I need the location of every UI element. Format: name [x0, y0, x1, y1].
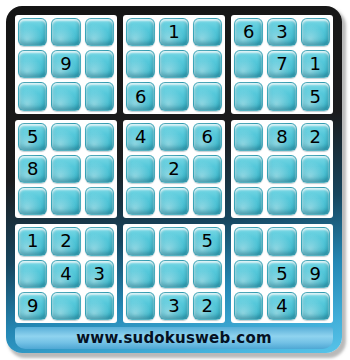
puzzle-frame: 91663715584628212439532594 www.sudokuswe…: [6, 6, 342, 353]
site-label: www.sudokusweb.com: [76, 329, 271, 347]
sudoku-cell-r8c8[interactable]: 5: [267, 260, 296, 288]
sudoku-cell-r4c2[interactable]: [51, 123, 80, 151]
sudoku-cell-r1c8[interactable]: 3: [267, 18, 296, 46]
sudoku-cell-r3c4[interactable]: 6: [126, 82, 155, 110]
sudoku-cell-r3c2[interactable]: [51, 82, 80, 110]
sudoku-cell-r7c2[interactable]: 2: [51, 227, 80, 255]
sudoku-cell-r8c5[interactable]: [159, 260, 188, 288]
sudoku-cell-r6c2[interactable]: [51, 187, 80, 215]
sudoku-cell-r4c3[interactable]: [85, 123, 114, 151]
sudoku-cell-r7c5[interactable]: [159, 227, 188, 255]
sudoku-cell-r3c6[interactable]: [193, 82, 222, 110]
sudoku-cell-r8c1[interactable]: [18, 260, 47, 288]
footer-band: www.sudokusweb.com: [15, 327, 333, 349]
sudoku-cell-r4c6[interactable]: 6: [193, 123, 222, 151]
sudoku-cell-r7c8[interactable]: [267, 227, 296, 255]
sudoku-cell-r2c6[interactable]: [193, 50, 222, 78]
sudoku-cell-r8c3[interactable]: 3: [85, 260, 114, 288]
sudoku-box-r1c3: 63715: [231, 15, 333, 114]
sudoku-cell-r7c9[interactable]: [301, 227, 330, 255]
sudoku-cell-r3c1[interactable]: [18, 82, 47, 110]
sudoku-box-r2c3: 82: [231, 120, 333, 219]
sudoku-cell-r7c7[interactable]: [234, 227, 263, 255]
sudoku-board: 91663715584628212439532594: [15, 15, 333, 323]
sudoku-cell-r1c3[interactable]: [85, 18, 114, 46]
sudoku-cell-r6c8[interactable]: [267, 187, 296, 215]
sudoku-cell-r6c7[interactable]: [234, 187, 263, 215]
sudoku-cell-r5c5[interactable]: 2: [159, 155, 188, 183]
sudoku-cell-r6c4[interactable]: [126, 187, 155, 215]
sudoku-cell-r1c1[interactable]: [18, 18, 47, 46]
sudoku-box-r1c1: 9: [15, 15, 117, 114]
sudoku-cell-r3c7[interactable]: [234, 82, 263, 110]
sudoku-cell-r8c6[interactable]: [193, 260, 222, 288]
sudoku-cell-r9c6[interactable]: 2: [193, 292, 222, 320]
sudoku-cell-r3c5[interactable]: [159, 82, 188, 110]
sudoku-cell-r5c3[interactable]: [85, 155, 114, 183]
sudoku-cell-r7c1[interactable]: 1: [18, 227, 47, 255]
sudoku-cell-r6c6[interactable]: [193, 187, 222, 215]
sudoku-cell-r5c6[interactable]: [193, 155, 222, 183]
sudoku-cell-r4c4[interactable]: 4: [126, 123, 155, 151]
sudoku-cell-r7c3[interactable]: [85, 227, 114, 255]
sudoku-cell-r1c4[interactable]: [126, 18, 155, 46]
sudoku-cell-r4c5[interactable]: [159, 123, 188, 151]
sudoku-box-r3c1: 12439: [15, 224, 117, 323]
sudoku-cell-r5c8[interactable]: [267, 155, 296, 183]
sudoku-cell-r1c7[interactable]: 6: [234, 18, 263, 46]
sudoku-cell-r8c7[interactable]: [234, 260, 263, 288]
sudoku-cell-r5c1[interactable]: 8: [18, 155, 47, 183]
sudoku-cell-r8c2[interactable]: 4: [51, 260, 80, 288]
sudoku-box-r1c2: 16: [123, 15, 225, 114]
sudoku-cell-r5c4[interactable]: [126, 155, 155, 183]
sudoku-cell-r2c3[interactable]: [85, 50, 114, 78]
sudoku-cell-r6c5[interactable]: [159, 187, 188, 215]
sudoku-cell-r6c3[interactable]: [85, 187, 114, 215]
sudoku-cell-r3c3[interactable]: [85, 82, 114, 110]
sudoku-cell-r9c7[interactable]: [234, 292, 263, 320]
page-background: { "game": "sudoku", "position": { "rows"…: [0, 0, 350, 360]
sudoku-cell-r3c9[interactable]: 5: [301, 82, 330, 110]
sudoku-cell-r6c9[interactable]: [301, 187, 330, 215]
sudoku-cell-r4c8[interactable]: 8: [267, 123, 296, 151]
sudoku-box-r2c2: 462: [123, 120, 225, 219]
sudoku-cell-r1c5[interactable]: 1: [159, 18, 188, 46]
sudoku-cell-r2c7[interactable]: [234, 50, 263, 78]
sudoku-cell-r2c4[interactable]: [126, 50, 155, 78]
sudoku-cell-r2c1[interactable]: [18, 50, 47, 78]
sudoku-cell-r4c1[interactable]: 5: [18, 123, 47, 151]
sudoku-cell-r1c6[interactable]: [193, 18, 222, 46]
sudoku-cell-r5c7[interactable]: [234, 155, 263, 183]
sudoku-cell-r9c2[interactable]: [51, 292, 80, 320]
sudoku-cell-r9c4[interactable]: [126, 292, 155, 320]
sudoku-cell-r2c8[interactable]: 7: [267, 50, 296, 78]
sudoku-cell-r4c7[interactable]: [234, 123, 263, 151]
sudoku-cell-r2c5[interactable]: [159, 50, 188, 78]
sudoku-cell-r9c1[interactable]: 9: [18, 292, 47, 320]
sudoku-cell-r5c2[interactable]: [51, 155, 80, 183]
sudoku-cell-r8c4[interactable]: [126, 260, 155, 288]
sudoku-cell-r5c9[interactable]: [301, 155, 330, 183]
sudoku-cell-r9c8[interactable]: 4: [267, 292, 296, 320]
sudoku-box-r2c1: 58: [15, 120, 117, 219]
sudoku-cell-r9c3[interactable]: [85, 292, 114, 320]
sudoku-box-r3c3: 594: [231, 224, 333, 323]
sudoku-cell-r1c2[interactable]: [51, 18, 80, 46]
sudoku-cell-r7c4[interactable]: [126, 227, 155, 255]
sudoku-cell-r6c1[interactable]: [18, 187, 47, 215]
sudoku-cell-r2c9[interactable]: 1: [301, 50, 330, 78]
sudoku-cell-r9c5[interactable]: 3: [159, 292, 188, 320]
sudoku-cell-r3c8[interactable]: [267, 82, 296, 110]
sudoku-cell-r7c6[interactable]: 5: [193, 227, 222, 255]
sudoku-cell-r8c9[interactable]: 9: [301, 260, 330, 288]
sudoku-cell-r9c9[interactable]: [301, 292, 330, 320]
sudoku-cell-r2c2[interactable]: 9: [51, 50, 80, 78]
sudoku-box-r3c2: 532: [123, 224, 225, 323]
sudoku-cell-r1c9[interactable]: [301, 18, 330, 46]
sudoku-cell-r4c9[interactable]: 2: [301, 123, 330, 151]
